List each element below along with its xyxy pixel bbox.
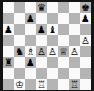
square-h8[interactable]: ♚ xyxy=(80,2,91,13)
square-d4[interactable]: ♙ xyxy=(36,46,47,57)
square-d6[interactable]: ♟ xyxy=(36,24,47,35)
square-f7[interactable] xyxy=(58,13,69,24)
square-c8[interactable] xyxy=(25,2,36,13)
square-a2[interactable] xyxy=(3,68,14,79)
piece-black-pawn[interactable]: ♟ xyxy=(26,57,35,67)
chessboard-frame: ♛♚♟♟♟♟♝♙♞♗♙♙♕♙♜♟♔♖♖ xyxy=(0,0,94,91)
piece-white-king[interactable]: ♔ xyxy=(15,79,24,89)
square-f3[interactable] xyxy=(58,57,69,68)
piece-black-pawn[interactable]: ♟ xyxy=(37,24,46,34)
piece-black-pawn[interactable]: ♟ xyxy=(4,24,13,34)
square-g1[interactable]: ♖ xyxy=(69,79,80,90)
square-a4[interactable] xyxy=(3,46,14,57)
square-h1[interactable] xyxy=(80,79,91,90)
square-c2[interactable] xyxy=(25,68,36,79)
square-c6[interactable] xyxy=(25,24,36,35)
square-f2[interactable] xyxy=(58,68,69,79)
piece-white-rook[interactable]: ♖ xyxy=(70,79,79,89)
piece-black-pawn[interactable]: ♟ xyxy=(26,13,35,23)
piece-white-pawn[interactable]: ♙ xyxy=(37,46,46,56)
square-c5[interactable] xyxy=(25,35,36,46)
piece-black-bishop[interactable]: ♝ xyxy=(48,24,57,34)
square-c3[interactable]: ♟ xyxy=(25,57,36,68)
square-e8[interactable] xyxy=(47,2,58,13)
square-b7[interactable] xyxy=(14,13,25,24)
piece-black-pawn[interactable]: ♟ xyxy=(81,13,90,23)
square-h7[interactable]: ♟ xyxy=(80,13,91,24)
square-d1[interactable]: ♖ xyxy=(36,79,47,90)
chessboard: ♛♚♟♟♟♟♝♙♞♗♙♙♕♙♜♟♔♖♖ xyxy=(3,2,91,90)
square-b2[interactable] xyxy=(14,68,25,79)
piece-white-bishop[interactable]: ♗ xyxy=(26,46,35,56)
square-e7[interactable] xyxy=(47,13,58,24)
square-f1[interactable] xyxy=(58,79,69,90)
square-d3[interactable] xyxy=(36,57,47,68)
square-e2[interactable] xyxy=(47,68,58,79)
square-b8[interactable] xyxy=(14,2,25,13)
piece-black-king[interactable]: ♚ xyxy=(81,2,90,12)
square-f4[interactable]: ♕ xyxy=(58,46,69,57)
square-b4[interactable]: ♞ xyxy=(14,46,25,57)
square-d2[interactable] xyxy=(36,68,47,79)
piece-white-pawn[interactable]: ♙ xyxy=(48,46,57,56)
square-e6[interactable]: ♝ xyxy=(47,24,58,35)
square-g6[interactable] xyxy=(69,24,80,35)
square-g3[interactable] xyxy=(69,57,80,68)
square-c1[interactable] xyxy=(25,79,36,90)
square-a3[interactable]: ♜ xyxy=(3,57,14,68)
piece-white-pawn[interactable]: ♙ xyxy=(81,35,90,45)
square-d8[interactable]: ♛ xyxy=(36,2,47,13)
square-b3[interactable] xyxy=(14,57,25,68)
piece-black-queen[interactable]: ♛ xyxy=(37,2,46,12)
square-f5[interactable] xyxy=(58,35,69,46)
square-d5[interactable] xyxy=(36,35,47,46)
square-f8[interactable] xyxy=(58,2,69,13)
square-c7[interactable]: ♟ xyxy=(25,13,36,24)
square-h6[interactable] xyxy=(80,24,91,35)
square-b5[interactable] xyxy=(14,35,25,46)
square-a1[interactable] xyxy=(3,79,14,90)
square-a6[interactable]: ♟ xyxy=(3,24,14,35)
piece-black-rook[interactable]: ♜ xyxy=(4,57,13,67)
square-h5[interactable]: ♙ xyxy=(80,35,91,46)
piece-white-rook[interactable]: ♖ xyxy=(37,79,46,89)
square-h4[interactable] xyxy=(80,46,91,57)
square-b1[interactable]: ♔ xyxy=(14,79,25,90)
square-g4[interactable]: ♙ xyxy=(69,46,80,57)
square-g7[interactable] xyxy=(69,13,80,24)
square-d7[interactable] xyxy=(36,13,47,24)
piece-white-queen[interactable]: ♕ xyxy=(59,46,68,56)
square-e5[interactable] xyxy=(47,35,58,46)
square-b6[interactable] xyxy=(14,24,25,35)
square-g8[interactable] xyxy=(69,2,80,13)
square-g2[interactable] xyxy=(69,68,80,79)
square-a5[interactable] xyxy=(3,35,14,46)
square-e1[interactable] xyxy=(47,79,58,90)
piece-white-pawn[interactable]: ♙ xyxy=(70,46,79,56)
square-a7[interactable] xyxy=(3,13,14,24)
square-c4[interactable]: ♗ xyxy=(25,46,36,57)
square-h2[interactable] xyxy=(80,68,91,79)
square-h3[interactable] xyxy=(80,57,91,68)
square-e3[interactable] xyxy=(47,57,58,68)
piece-black-knight[interactable]: ♞ xyxy=(15,46,24,56)
square-f6[interactable] xyxy=(58,24,69,35)
square-e4[interactable]: ♙ xyxy=(47,46,58,57)
square-g5[interactable] xyxy=(69,35,80,46)
square-a8[interactable] xyxy=(3,2,14,13)
